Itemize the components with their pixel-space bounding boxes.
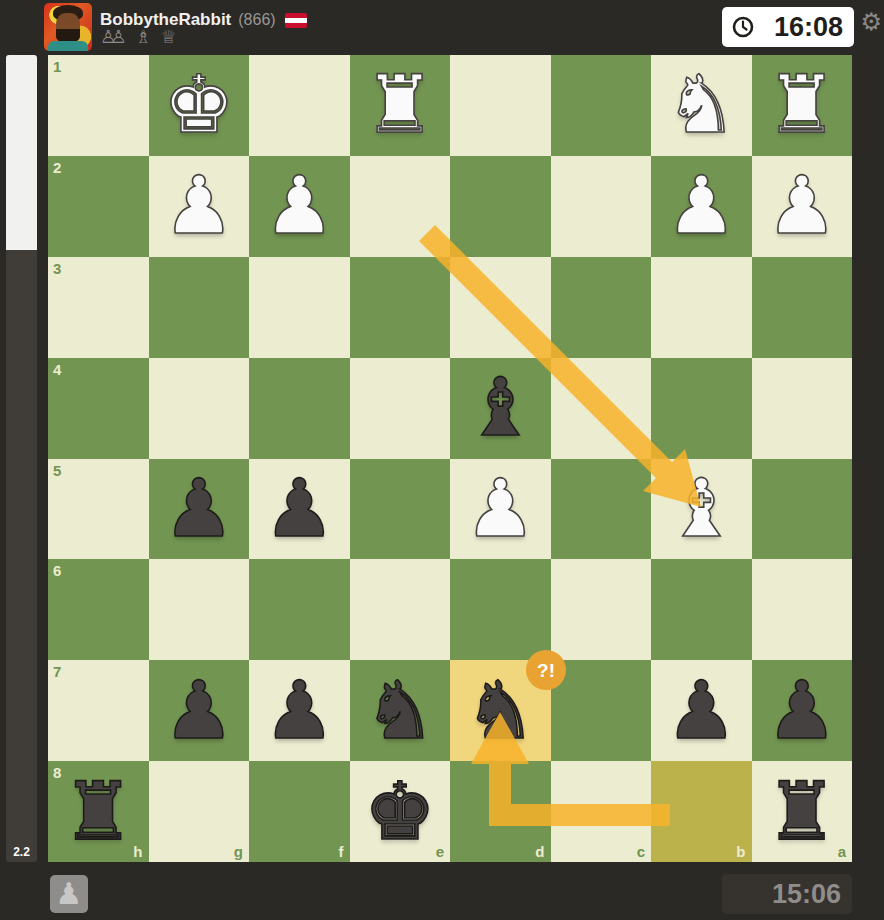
square-f8[interactable]: f <box>249 761 350 862</box>
piece-b1-wN[interactable]: ♞ <box>665 65 737 145</box>
square-a2[interactable]: ♟ <box>752 156 853 257</box>
square-g6[interactable] <box>149 559 250 660</box>
square-e1[interactable]: ♜ <box>350 55 451 156</box>
square-d2[interactable] <box>450 156 551 257</box>
square-f4[interactable] <box>249 358 350 459</box>
square-d3[interactable] <box>450 257 551 358</box>
square-e6[interactable] <box>350 559 451 660</box>
square-b4[interactable] <box>651 358 752 459</box>
rank-label-7: 7 <box>53 664 61 679</box>
square-a5[interactable] <box>752 459 853 560</box>
square-a3[interactable] <box>752 257 853 358</box>
rank-label-8: 8 <box>53 765 61 780</box>
piece-a2-wP[interactable]: ♟ <box>766 166 838 246</box>
bottom-clock-time: 15:06 <box>772 879 841 910</box>
file-label-g: g <box>234 844 243 859</box>
file-label-e: e <box>436 844 444 859</box>
rank-label-6: 6 <box>53 563 61 578</box>
top-clock-time: 16:08 <box>774 12 843 43</box>
piece-h8-bR[interactable]: ♜ <box>62 772 134 852</box>
square-g1[interactable]: ♚ <box>149 55 250 156</box>
square-d5[interactable]: ♟ <box>450 459 551 560</box>
captured-bishop-icon: ♗ <box>135 28 151 46</box>
piece-d7-bN[interactable]: ♞ <box>464 671 536 751</box>
bottom-player-bar: ♟ bansheebray44 (910) ♟♟♟ ♝ ♞ ♛ +4 <box>0 862 884 920</box>
piece-g2-wP[interactable]: ♟ <box>163 166 235 246</box>
austria-flag-icon <box>285 13 307 28</box>
square-e8[interactable]: ♚e <box>350 761 451 862</box>
chess-board[interactable]: 1♚♜♞♜2♟♟♟♟34♝5♟♟♟♝67♟♟♞♞♟♟♜8hgf♚edcb♜a <box>48 55 852 862</box>
captured-queen-icon: ♕ <box>160 28 176 46</box>
piece-b5-wB[interactable]: ♝ <box>665 469 737 549</box>
square-b8[interactable]: b <box>651 761 752 862</box>
top-player-avatar[interactable] <box>44 3 92 51</box>
clock-icon <box>732 16 754 38</box>
square-a6[interactable] <box>752 559 853 660</box>
piece-f7-bP[interactable]: ♟ <box>263 671 335 751</box>
square-c2[interactable] <box>551 156 652 257</box>
square-h5[interactable]: 5 <box>48 459 149 560</box>
square-e2[interactable] <box>350 156 451 257</box>
square-g2[interactable]: ♟ <box>149 156 250 257</box>
square-e7[interactable]: ♞ <box>350 660 451 761</box>
square-d1[interactable] <box>450 55 551 156</box>
square-h8[interactable]: ♜8h <box>48 761 149 862</box>
square-e4[interactable] <box>350 358 451 459</box>
square-a8[interactable]: ♜a <box>752 761 853 862</box>
settings-gear-icon[interactable]: ⚙ <box>860 9 882 35</box>
piece-g5-bP[interactable]: ♟ <box>163 469 235 549</box>
square-g4[interactable] <box>149 358 250 459</box>
piece-f2-wP[interactable]: ♟ <box>263 166 335 246</box>
square-c4[interactable] <box>551 358 652 459</box>
rank-label-4: 4 <box>53 362 61 377</box>
rank-label-2: 2 <box>53 160 61 175</box>
square-e5[interactable] <box>350 459 451 560</box>
square-e3[interactable] <box>350 257 451 358</box>
bottom-player-clock: 15:06 <box>722 874 852 914</box>
piece-g7-bP[interactable]: ♟ <box>163 671 235 751</box>
square-d8[interactable]: d <box>450 761 551 862</box>
piece-e1-wR[interactable]: ♜ <box>364 65 436 145</box>
square-f1[interactable] <box>249 55 350 156</box>
square-b2[interactable]: ♟ <box>651 156 752 257</box>
square-h2[interactable]: 2 <box>48 156 149 257</box>
square-c3[interactable] <box>551 257 652 358</box>
rank-label-3: 3 <box>53 261 61 276</box>
square-f7[interactable]: ♟ <box>249 660 350 761</box>
bottom-player-avatar[interactable]: ♟ <box>50 875 88 913</box>
piece-d4-bB[interactable]: ♝ <box>464 368 536 448</box>
evaluation-score: 2.2 <box>6 845 37 859</box>
piece-g1-wK[interactable]: ♚ <box>163 65 235 145</box>
piece-d5-wP[interactable]: ♟ <box>464 469 536 549</box>
chess-game-screen: BobbytheRabbit (866) ♙♙ ♗ ♕ 16:08 ⚙ 2.2 … <box>0 0 884 920</box>
top-player-clock: 16:08 <box>722 7 854 47</box>
square-f5[interactable]: ♟ <box>249 459 350 560</box>
rank-label-5: 5 <box>53 463 61 478</box>
square-d4[interactable]: ♝ <box>450 358 551 459</box>
piece-a8-bR[interactable]: ♜ <box>766 772 838 852</box>
piece-a7-bP[interactable]: ♟ <box>766 671 838 751</box>
square-b3[interactable] <box>651 257 752 358</box>
piece-b7-bP[interactable]: ♟ <box>665 671 737 751</box>
rank-label-1: 1 <box>53 59 61 74</box>
file-label-b: b <box>736 844 745 859</box>
captured-pawns-icon: ♙♙ <box>100 28 126 46</box>
square-c5[interactable] <box>551 459 652 560</box>
piece-a1-wR[interactable]: ♜ <box>766 65 838 145</box>
square-b1[interactable]: ♞ <box>651 55 752 156</box>
square-c6[interactable] <box>551 559 652 660</box>
evaluation-bar-white-section <box>6 55 37 250</box>
square-f6[interactable] <box>249 559 350 660</box>
piece-e7-bN[interactable]: ♞ <box>364 671 436 751</box>
square-h1[interactable]: 1 <box>48 55 149 156</box>
square-h3[interactable]: 3 <box>48 257 149 358</box>
file-label-h: h <box>133 844 142 859</box>
square-f3[interactable] <box>249 257 350 358</box>
square-h4[interactable]: 4 <box>48 358 149 459</box>
piece-f5-bP[interactable]: ♟ <box>263 469 335 549</box>
square-a7[interactable]: ♟ <box>752 660 853 761</box>
square-c8[interactable]: c <box>551 761 652 862</box>
square-d6[interactable] <box>450 559 551 660</box>
square-g7[interactable]: ♟ <box>149 660 250 761</box>
square-d7[interactable]: ♞ <box>450 660 551 761</box>
top-player-rating: (866) <box>238 11 275 29</box>
square-b7[interactable]: ♟ <box>651 660 752 761</box>
avatar-art <box>48 41 88 51</box>
square-g5[interactable]: ♟ <box>149 459 250 560</box>
square-c1[interactable] <box>551 55 652 156</box>
piece-e8-bK[interactable]: ♚ <box>364 772 436 852</box>
file-label-d: d <box>535 844 544 859</box>
default-pawn-avatar-icon: ♟ <box>56 875 83 913</box>
square-g8[interactable]: g <box>149 761 250 862</box>
square-b5[interactable]: ♝ <box>651 459 752 560</box>
square-f2[interactable]: ♟ <box>249 156 350 257</box>
file-label-c: c <box>637 844 645 859</box>
file-label-a: a <box>838 844 846 859</box>
square-a1[interactable]: ♜ <box>752 55 853 156</box>
evaluation-bar: 2.2 <box>6 55 37 862</box>
piece-b2-wP[interactable]: ♟ <box>665 166 737 246</box>
square-c7[interactable] <box>551 660 652 761</box>
square-a4[interactable] <box>752 358 853 459</box>
square-h7[interactable]: 7 <box>48 660 149 761</box>
top-player-bar: BobbytheRabbit (866) ♙♙ ♗ ♕ 16:08 ⚙ <box>0 0 884 55</box>
square-h6[interactable]: 6 <box>48 559 149 660</box>
file-label-f: f <box>339 844 344 859</box>
square-g3[interactable] <box>149 257 250 358</box>
square-b6[interactable] <box>651 559 752 660</box>
